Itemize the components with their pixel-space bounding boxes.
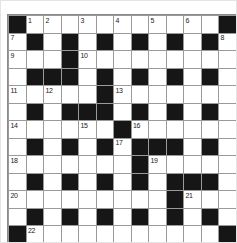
cell[interactable] [184, 34, 201, 51]
cell[interactable] [132, 191, 149, 208]
cell[interactable]: 13 [114, 86, 131, 103]
cell[interactable]: 9 [9, 51, 26, 68]
cell[interactable] [149, 51, 166, 68]
cell[interactable] [184, 226, 201, 243]
cell[interactable] [184, 121, 201, 138]
cell[interactable] [114, 69, 131, 86]
cell[interactable]: 8 [219, 34, 236, 51]
cell[interactable] [149, 86, 166, 103]
cell[interactable] [132, 226, 149, 243]
cell[interactable] [114, 174, 131, 191]
cell[interactable] [167, 16, 184, 33]
clue-number: 5 [151, 17, 155, 24]
cell[interactable] [79, 209, 96, 226]
cell[interactable] [132, 86, 149, 103]
cell[interactable] [167, 226, 184, 243]
cell[interactable] [184, 104, 201, 121]
cell[interactable] [149, 69, 166, 86]
clue-number: 7 [11, 34, 15, 41]
black-cell [9, 226, 26, 243]
cell[interactable] [149, 121, 166, 138]
cell[interactable] [44, 156, 61, 173]
black-cell [167, 69, 184, 86]
cell[interactable]: 1 [27, 16, 44, 33]
cell[interactable] [184, 156, 201, 173]
cell[interactable] [27, 191, 44, 208]
cell[interactable]: 5 [149, 16, 166, 33]
black-cell [132, 209, 149, 226]
black-cell [132, 139, 149, 156]
black-cell [167, 191, 184, 208]
crossword-grid: 12345678910111213141516171819202122 [8, 15, 237, 243]
cell[interactable] [202, 86, 219, 103]
black-cell [167, 174, 184, 191]
cell[interactable] [184, 139, 201, 156]
cell[interactable] [114, 51, 131, 68]
cell[interactable] [219, 139, 236, 156]
cell[interactable] [62, 86, 79, 103]
clue-number: 3 [81, 17, 85, 24]
black-cell [167, 34, 184, 51]
cell[interactable]: 19 [149, 156, 166, 173]
cell[interactable]: 20 [9, 191, 26, 208]
cell[interactable] [79, 191, 96, 208]
black-cell [27, 139, 44, 156]
black-cell [27, 104, 44, 121]
clue-number: 18 [11, 157, 18, 164]
cell[interactable] [97, 121, 114, 138]
cell[interactable] [202, 156, 219, 173]
cell[interactable]: 11 [9, 86, 26, 103]
cell[interactable] [114, 226, 131, 243]
cell[interactable] [132, 51, 149, 68]
black-cell [27, 69, 44, 86]
black-cell [184, 174, 201, 191]
cell[interactable]: 2 [44, 16, 61, 33]
cell[interactable] [219, 209, 236, 226]
black-cell [27, 209, 44, 226]
clue-number: 22 [28, 227, 35, 234]
cell[interactable] [184, 209, 201, 226]
clue-number: 10 [81, 52, 88, 59]
black-cell [149, 139, 166, 156]
clue-number: 16 [133, 122, 140, 129]
black-cell [27, 34, 44, 51]
cell[interactable] [9, 69, 26, 86]
clue-number: 15 [81, 122, 88, 129]
crossword-page: 12345678910111213141516171819202122 [0, 0, 237, 243]
black-cell [132, 156, 149, 173]
cell[interactable] [149, 226, 166, 243]
black-cell [114, 121, 131, 138]
clue-number: 4 [116, 17, 120, 24]
black-cell [62, 174, 79, 191]
black-cell [202, 139, 219, 156]
cell[interactable] [114, 156, 131, 173]
cell[interactable] [9, 139, 26, 156]
black-cell [167, 209, 184, 226]
black-cell [9, 16, 26, 33]
cell[interactable] [97, 16, 114, 33]
clue-number: 19 [151, 157, 158, 164]
cell[interactable] [44, 209, 61, 226]
cell[interactable] [202, 226, 219, 243]
cell[interactable] [184, 51, 201, 68]
cell[interactable] [44, 191, 61, 208]
cell[interactable] [44, 34, 61, 51]
black-cell [202, 104, 219, 121]
black-cell [97, 104, 114, 121]
clue-number: 6 [186, 17, 190, 24]
cell[interactable]: 22 [27, 226, 44, 243]
cell[interactable] [202, 191, 219, 208]
black-cell [62, 104, 79, 121]
cell[interactable] [219, 51, 236, 68]
clue-number: 17 [116, 139, 123, 146]
cell[interactable] [97, 191, 114, 208]
cell[interactable]: 10 [79, 51, 96, 68]
cell[interactable] [79, 34, 96, 51]
cell[interactable]: 21 [184, 191, 201, 208]
cell[interactable]: 7 [9, 34, 26, 51]
cell[interactable]: 3 [79, 16, 96, 33]
cell[interactable]: 15 [79, 121, 96, 138]
cell[interactable] [44, 139, 61, 156]
clue-number: 9 [11, 52, 15, 59]
cell[interactable] [219, 86, 236, 103]
cell[interactable] [167, 51, 184, 68]
cell[interactable] [62, 226, 79, 243]
clue-number: 2 [46, 17, 50, 24]
clue-number: 1 [28, 17, 32, 24]
black-cell [62, 34, 79, 51]
cell[interactable] [79, 174, 96, 191]
cell[interactable] [62, 121, 79, 138]
clue-number: 12 [46, 87, 53, 94]
cell[interactable] [149, 209, 166, 226]
cell[interactable] [184, 86, 201, 103]
black-cell [97, 69, 114, 86]
black-cell [97, 174, 114, 191]
black-cell [97, 86, 114, 103]
clue-number: 14 [11, 122, 18, 129]
black-cell [44, 69, 61, 86]
cell[interactable] [27, 51, 44, 68]
cell[interactable] [219, 121, 236, 138]
cell[interactable] [62, 156, 79, 173]
cell[interactable] [79, 226, 96, 243]
cell[interactable]: 12 [44, 86, 61, 103]
cell[interactable] [44, 51, 61, 68]
black-cell [97, 209, 114, 226]
cell[interactable] [62, 16, 79, 33]
black-cell [97, 139, 114, 156]
black-cell [167, 104, 184, 121]
cell[interactable] [114, 209, 131, 226]
black-cell [62, 209, 79, 226]
cell[interactable] [62, 191, 79, 208]
cell[interactable] [114, 34, 131, 51]
cell[interactable] [79, 86, 96, 103]
cell[interactable] [9, 174, 26, 191]
black-cell [167, 139, 184, 156]
cell[interactable] [27, 121, 44, 138]
cell[interactable] [202, 16, 219, 33]
clue-number: 13 [116, 87, 123, 94]
cell[interactable] [149, 191, 166, 208]
cell[interactable]: 4 [114, 16, 131, 33]
cell[interactable] [79, 139, 96, 156]
cell[interactable] [9, 104, 26, 121]
cell[interactable] [27, 86, 44, 103]
black-cell [97, 34, 114, 51]
cell[interactable] [44, 104, 61, 121]
cell[interactable] [219, 104, 236, 121]
black-cell [202, 174, 219, 191]
black-cell [202, 209, 219, 226]
cell[interactable] [219, 156, 236, 173]
cell[interactable] [167, 156, 184, 173]
clue-number: 11 [11, 87, 18, 94]
cell[interactable] [219, 174, 236, 191]
black-cell [62, 139, 79, 156]
black-cell [79, 104, 96, 121]
cell[interactable] [9, 209, 26, 226]
cell[interactable] [149, 174, 166, 191]
cell[interactable] [167, 121, 184, 138]
cell[interactable]: 17 [114, 139, 131, 156]
cell[interactable] [202, 121, 219, 138]
cell[interactable] [167, 86, 184, 103]
cell[interactable] [44, 121, 61, 138]
cell[interactable] [219, 69, 236, 86]
cell[interactable] [184, 69, 201, 86]
black-cell [62, 69, 79, 86]
black-cell [62, 51, 79, 68]
cell[interactable] [97, 51, 114, 68]
cell[interactable] [79, 69, 96, 86]
cell[interactable] [114, 104, 131, 121]
cell[interactable] [219, 191, 236, 208]
cell[interactable]: 16 [132, 121, 149, 138]
cell[interactable] [44, 226, 61, 243]
cell[interactable]: 14 [9, 121, 26, 138]
black-cell [132, 174, 149, 191]
black-cell [219, 226, 236, 243]
cell[interactable]: 18 [9, 156, 26, 173]
cell[interactable] [79, 156, 96, 173]
cell[interactable] [149, 34, 166, 51]
cell[interactable] [97, 156, 114, 173]
black-cell [202, 34, 219, 51]
black-cell [27, 174, 44, 191]
black-cell [132, 69, 149, 86]
clue-number: 20 [11, 192, 18, 199]
cell[interactable] [27, 156, 44, 173]
cell[interactable] [44, 174, 61, 191]
black-cell [219, 16, 236, 33]
black-cell [132, 104, 149, 121]
cell[interactable] [149, 104, 166, 121]
black-cell [132, 34, 149, 51]
cell[interactable] [202, 51, 219, 68]
cell[interactable] [132, 16, 149, 33]
clue-number: 21 [186, 192, 193, 199]
cell[interactable] [114, 191, 131, 208]
cell[interactable] [97, 226, 114, 243]
cell[interactable]: 6 [184, 16, 201, 33]
black-cell [202, 69, 219, 86]
clue-number: 8 [221, 34, 225, 41]
